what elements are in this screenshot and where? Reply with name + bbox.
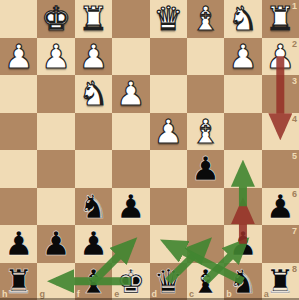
square-g8[interactable]: g: [37, 263, 74, 300]
square-c2[interactable]: [187, 38, 224, 76]
black-king[interactable]: ♚: [116, 265, 146, 298]
square-b2[interactable]: ♟: [224, 38, 261, 76]
rank-label-7: 7: [292, 226, 297, 236]
square-b7[interactable]: ♟: [224, 225, 261, 263]
square-e2[interactable]: [112, 38, 149, 76]
square-f2[interactable]: ♟: [75, 38, 112, 76]
black-rook[interactable]: ♜: [4, 265, 34, 298]
square-b1[interactable]: ♞: [224, 0, 261, 38]
square-h2[interactable]: ♟: [0, 38, 37, 76]
square-c3[interactable]: [187, 75, 224, 113]
square-g2[interactable]: ♟: [37, 38, 74, 76]
square-e4[interactable]: [112, 113, 149, 151]
square-g7[interactable]: ♟: [37, 225, 74, 263]
square-b4[interactable]: [224, 113, 261, 151]
square-c6[interactable]: [187, 188, 224, 226]
white-pawn[interactable]: ♟: [116, 77, 146, 110]
square-a4[interactable]: 4: [262, 113, 299, 151]
black-pawn[interactable]: ♟: [4, 227, 34, 260]
square-h6[interactable]: [0, 188, 37, 226]
white-bishop[interactable]: ♝: [191, 2, 221, 35]
white-rook[interactable]: ♜: [266, 2, 296, 35]
square-d5[interactable]: [150, 150, 187, 188]
square-g1[interactable]: ♚: [37, 0, 74, 38]
white-knight[interactable]: ♞: [79, 77, 109, 110]
square-f1[interactable]: ♜: [75, 0, 112, 38]
white-pawn[interactable]: ♟: [153, 115, 183, 148]
rank-label-3: 3: [292, 76, 297, 86]
file-label-g: g: [39, 289, 45, 299]
black-bishop[interactable]: ♝: [79, 265, 109, 298]
square-a6[interactable]: ♟6: [262, 188, 299, 226]
square-h5[interactable]: [0, 150, 37, 188]
rank-label-5: 5: [292, 151, 297, 161]
square-c8[interactable]: ♝c: [187, 263, 224, 300]
square-c1[interactable]: ♝: [187, 0, 224, 38]
black-bishop[interactable]: ♝: [191, 265, 221, 298]
square-e7[interactable]: [112, 225, 149, 263]
square-e1[interactable]: [112, 0, 149, 38]
black-pawn[interactable]: ♟: [116, 190, 146, 223]
square-a3[interactable]: 3: [262, 75, 299, 113]
white-pawn[interactable]: ♟: [266, 40, 296, 73]
square-d2[interactable]: [150, 38, 187, 76]
square-b5[interactable]: [224, 150, 261, 188]
square-d4[interactable]: ♟: [150, 113, 187, 151]
square-a8[interactable]: ♜8a: [262, 263, 299, 300]
square-b3[interactable]: [224, 75, 261, 113]
square-e6[interactable]: ♟: [112, 188, 149, 226]
black-knight[interactable]: ♞: [228, 265, 258, 298]
square-d7[interactable]: [150, 225, 187, 263]
white-pawn[interactable]: ♟: [4, 40, 34, 73]
chess-board[interactable]: ♚♜♛♝♞♜1♟♟♟♟♟2♞♟3♟♝4♟5♞♟♟6♟♟♟♟7♜hg♝f♚e♛d♝…: [0, 0, 299, 300]
rank-label-4: 4: [292, 114, 297, 124]
square-a5[interactable]: 5: [262, 150, 299, 188]
square-h3[interactable]: [0, 75, 37, 113]
black-knight[interactable]: ♞: [79, 190, 109, 223]
black-pawn[interactable]: ♟: [191, 152, 221, 185]
square-d6[interactable]: [150, 188, 187, 226]
square-c5[interactable]: ♟: [187, 150, 224, 188]
square-h8[interactable]: ♜h: [0, 263, 37, 300]
black-pawn[interactable]: ♟: [79, 227, 109, 260]
square-c4[interactable]: ♝: [187, 113, 224, 151]
square-f3[interactable]: ♞: [75, 75, 112, 113]
black-pawn[interactable]: ♟: [228, 227, 258, 260]
square-f8[interactable]: ♝f: [75, 263, 112, 300]
square-d3[interactable]: [150, 75, 187, 113]
white-pawn[interactable]: ♟: [228, 40, 258, 73]
square-b8[interactable]: ♞b: [224, 263, 261, 300]
white-pawn[interactable]: ♟: [79, 40, 109, 73]
square-d1[interactable]: ♛: [150, 0, 187, 38]
square-e5[interactable]: [112, 150, 149, 188]
white-king[interactable]: ♚: [41, 2, 71, 35]
square-a1[interactable]: ♜1: [262, 0, 299, 38]
square-e3[interactable]: ♟: [112, 75, 149, 113]
square-f4[interactable]: [75, 113, 112, 151]
square-b6[interactable]: [224, 188, 261, 226]
square-e8[interactable]: ♚e: [112, 263, 149, 300]
black-queen[interactable]: ♛: [153, 265, 183, 298]
white-queen[interactable]: ♛: [153, 2, 183, 35]
square-f6[interactable]: ♞: [75, 188, 112, 226]
square-c7[interactable]: [187, 225, 224, 263]
white-rook[interactable]: ♜: [79, 2, 109, 35]
square-a7[interactable]: 7: [262, 225, 299, 263]
white-knight[interactable]: ♞: [228, 2, 258, 35]
square-g5[interactable]: [37, 150, 74, 188]
square-d8[interactable]: ♛d: [150, 263, 187, 300]
square-h7[interactable]: ♟: [0, 225, 37, 263]
white-bishop[interactable]: ♝: [191, 115, 221, 148]
square-g4[interactable]: [37, 113, 74, 151]
black-pawn[interactable]: ♟: [266, 190, 296, 223]
black-pawn[interactable]: ♟: [41, 227, 71, 260]
square-g3[interactable]: [37, 75, 74, 113]
square-h1[interactable]: [0, 0, 37, 38]
square-h4[interactable]: [0, 113, 37, 151]
square-g6[interactable]: [37, 188, 74, 226]
square-a2[interactable]: ♟2: [262, 38, 299, 76]
square-f5[interactable]: [75, 150, 112, 188]
white-pawn[interactable]: ♟: [41, 40, 71, 73]
black-rook[interactable]: ♜: [266, 265, 296, 298]
square-f7[interactable]: ♟: [75, 225, 112, 263]
